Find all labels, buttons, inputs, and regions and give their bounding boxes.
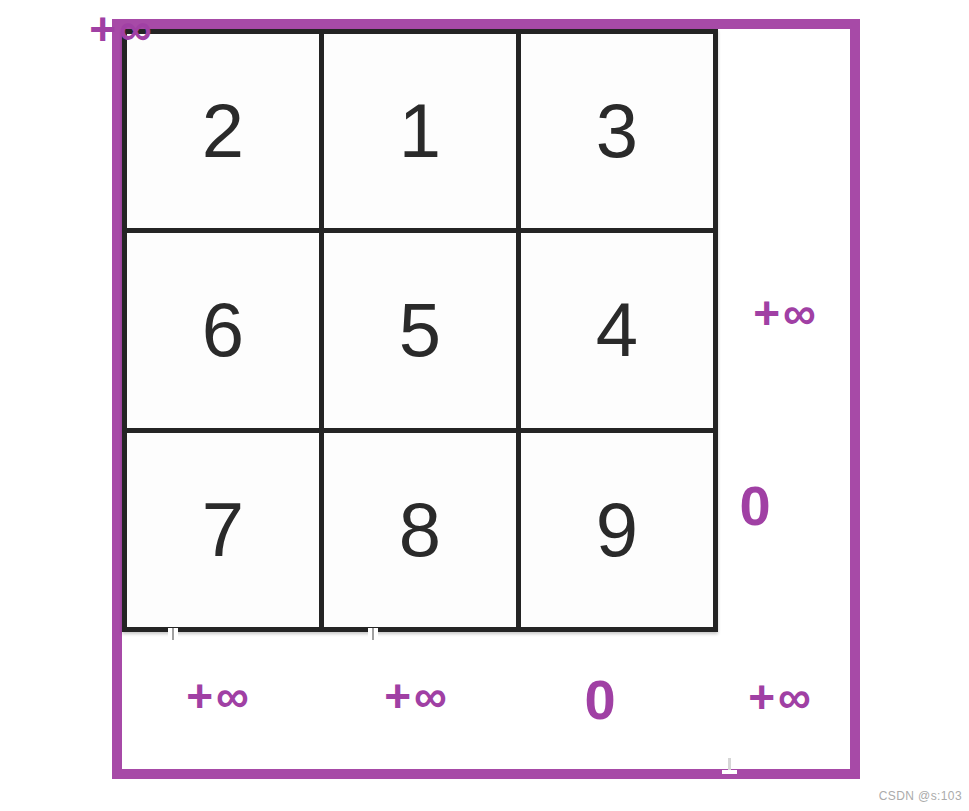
bottom-annotation-col3: 0 xyxy=(584,672,615,728)
bottom-annotation-col1: +∞ xyxy=(186,673,252,719)
bottom-annotation-corner: +∞ xyxy=(748,674,814,720)
grid-cell-r3c3: 9 xyxy=(521,433,713,627)
purple-frame: 213654789 +∞ +∞ 0 +∞ +∞ 0 +∞ xyxy=(112,19,860,779)
right-annotation-row2: +∞ xyxy=(753,290,819,336)
grid-cell-r1c2: 1 xyxy=(324,34,516,228)
grid-cell-r3c1: 7 xyxy=(127,433,319,627)
grid-cell-r2c2: 5 xyxy=(324,233,516,427)
right-annotation-row3: 0 xyxy=(739,478,770,534)
grid-cell-r2c1: 6 xyxy=(127,233,319,427)
right-annotation-row1: +∞ xyxy=(89,6,155,52)
artifact-notch-bottom xyxy=(722,770,737,774)
csdn-watermark: CSDN @s:103 xyxy=(879,789,962,803)
bottom-annotation-col2: +∞ xyxy=(384,673,450,719)
diagram-canvas: 213654789 +∞ +∞ 0 +∞ +∞ 0 +∞ CSDN @s:103 xyxy=(0,0,969,811)
artifact-tick-left-gap xyxy=(172,628,174,640)
grid-cell-r3c2: 8 xyxy=(324,433,516,627)
grid-cell-r1c1: 2 xyxy=(127,34,319,228)
artifact-tick-middle-gap xyxy=(372,628,374,640)
grid-cell-r2c3: 4 xyxy=(521,233,713,427)
matrix-grid: 213654789 xyxy=(122,29,718,632)
grid-cell-r1c3: 3 xyxy=(521,34,713,228)
